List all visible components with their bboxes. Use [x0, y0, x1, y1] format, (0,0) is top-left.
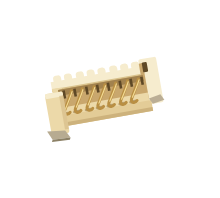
connector: [38, 56, 169, 143]
connector-illustration: [0, 0, 220, 198]
product-photo: [0, 0, 220, 198]
